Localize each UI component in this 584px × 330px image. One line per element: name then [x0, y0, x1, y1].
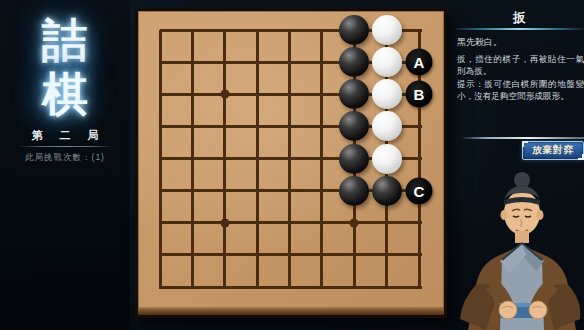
white-stone	[372, 47, 402, 77]
game-screen: 詰 棋 第 二 局 此局挑戰次數：(1) ABC 扳 黑先殺白。 扳，擋住的棋子…	[0, 0, 584, 330]
board-bottom-edge	[138, 307, 444, 315]
black-stone	[339, 144, 369, 174]
grid-line-horizontal	[160, 253, 422, 256]
npc-portrait	[456, 167, 584, 330]
give-up-button[interactable]: 放棄對弈	[522, 141, 584, 160]
attempts-counter: 此局挑戰次數：(1)	[0, 152, 130, 164]
black-stone	[339, 111, 369, 141]
puzzle-title: 扳	[455, 9, 584, 27]
sidebar: 詰 棋 第 二 局 此局挑戰次數：(1)	[0, 0, 130, 330]
black-stone	[339, 47, 369, 77]
white-stone	[372, 144, 402, 174]
star-point	[350, 218, 359, 227]
puzzle-hint: 提示：扳可使白棋所圍的地盤變小，沒有足夠空間形成眼形。	[457, 78, 584, 103]
page-title-char-1: 詰	[0, 14, 130, 68]
puzzle-objective: 黑先殺白。	[457, 36, 583, 49]
grid-line-vertical	[320, 30, 323, 289]
panel-divider-mid	[461, 137, 584, 139]
move-option-c[interactable]: C	[406, 177, 433, 204]
white-stone	[372, 79, 402, 109]
white-stone	[372, 15, 402, 45]
panel-divider-top	[455, 28, 584, 30]
move-option-b[interactable]: B	[406, 81, 433, 108]
move-option-a[interactable]: A	[406, 49, 433, 76]
round-label: 第 二 局	[0, 128, 130, 143]
page-title-char-2: 棋	[0, 68, 130, 122]
goban-grid[interactable]: ABC	[160, 30, 420, 287]
puzzle-description: 扳，擋住的棋子，再被貼住一氣則為扳。	[457, 53, 584, 78]
black-stone	[372, 176, 402, 206]
black-stone	[339, 176, 369, 206]
black-stone	[339, 15, 369, 45]
info-panel: 扳 黑先殺白。 扳，擋住的棋子，再被貼住一氣則為扳。 提示：扳可使白棋所圍的地盤…	[455, 0, 584, 330]
go-board[interactable]: ABC	[135, 8, 447, 318]
page-title: 詰 棋	[0, 14, 130, 122]
white-stone	[372, 111, 402, 141]
grid-line-horizontal	[160, 286, 422, 289]
star-point	[220, 218, 229, 227]
black-stone	[339, 79, 369, 109]
sidebar-divider	[18, 146, 114, 147]
grid-line-horizontal	[160, 221, 422, 224]
star-point	[220, 90, 229, 99]
